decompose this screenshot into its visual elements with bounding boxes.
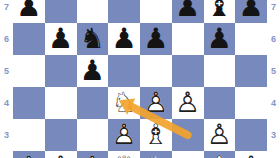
square-e5[interactable] [140,55,172,87]
square-f5[interactable] [172,55,204,87]
square-f2[interactable] [172,151,204,158]
white-pawn-glyph-outline: ♙ [235,151,267,158]
piece-black-bishop-g7[interactable]: ♝ [204,0,236,23]
white-bishop-glyph-outline: ♗ [204,151,236,158]
white-pawn-glyph-outline: ♙ [204,119,236,151]
rank-label-right-7: 7 [267,0,280,23]
white-pawn-glyph-outline: ♙ [77,151,109,158]
piece-black-knight-c6[interactable]: ♞ [77,23,109,55]
square-c7[interactable] [77,0,109,23]
square-b7[interactable] [45,0,77,23]
square-h4[interactable] [235,87,267,119]
square-b5[interactable] [45,55,77,87]
rank-label-right-6: 6 [267,23,280,55]
black-pawn-glyph: ♟ [172,0,204,23]
white-knight-glyph-outline: ♘ [140,151,172,158]
square-d5[interactable] [108,55,140,87]
square-h3[interactable] [235,119,267,151]
piece-white-pawn-e4[interactable]: ♟♙ [140,87,172,119]
square-d7[interactable] [108,0,140,23]
square-c4[interactable] [77,87,109,119]
piece-white-pawn-b2[interactable]: ♟♙ [45,151,77,158]
piece-white-pawn-g3[interactable]: ♟♙ [204,119,236,151]
piece-white-pawn-f4[interactable]: ♟♙ [172,87,204,119]
white-queen-glyph-outline: ♕ [108,151,140,158]
black-pawn-glyph: ♟ [108,23,140,55]
white-pawn-glyph-outline: ♙ [45,151,77,158]
piece-black-pawn-a7[interactable]: ♟ [13,0,45,23]
piece-white-queen-d2[interactable]: ♛♕ [108,151,140,158]
square-h6[interactable] [235,23,267,55]
piece-black-pawn-f7[interactable]: ♟ [172,0,204,23]
piece-white-pawn-h2[interactable]: ♟♙ [235,151,267,158]
black-pawn-glyph: ♟ [140,23,172,55]
square-a4[interactable] [13,87,45,119]
rank-label-left-4: 4 [0,87,13,119]
white-bishop-glyph-outline: ♗ [140,119,172,151]
square-a3[interactable] [13,119,45,151]
black-pawn-glyph: ♟ [77,55,109,87]
square-f3[interactable] [172,119,204,151]
rank-label-left-6: 6 [0,23,13,55]
piece-black-pawn-e6[interactable]: ♟ [140,23,172,55]
square-h5[interactable] [235,55,267,87]
square-e7[interactable] [140,0,172,23]
chess-board[interactable]: ♟♟♝♟♟♞♟♟♟♟♞♘♟♙♟♙♟♙♝♗♟♙♟♙♟♙♟♙♛♕♞♘♝♗♟♙ [13,0,267,158]
rank-label-left-3: 3 [0,119,13,151]
piece-black-pawn-b6[interactable]: ♟ [45,23,77,55]
square-c3[interactable] [77,119,109,151]
piece-white-pawn-a2[interactable]: ♟♙ [13,151,45,158]
white-pawn-glyph-outline: ♙ [172,87,204,119]
piece-white-knight-e2[interactable]: ♞♘ [140,151,172,158]
white-pawn-glyph-outline: ♙ [140,87,172,119]
white-pawn-glyph-outline: ♙ [108,119,140,151]
square-a6[interactable] [13,23,45,55]
black-pawn-glyph: ♟ [13,0,45,23]
black-pawn-glyph: ♟ [45,23,77,55]
square-b4[interactable] [45,87,77,119]
rank-label-left-5: 5 [0,55,13,87]
square-a5[interactable] [13,55,45,87]
white-pawn-glyph-outline: ♙ [13,151,45,158]
piece-black-pawn-c5[interactable]: ♟ [77,55,109,87]
piece-white-bishop-g2[interactable]: ♝♗ [204,151,236,158]
piece-white-pawn-c2[interactable]: ♟♙ [77,151,109,158]
rank-label-right-4: 4 [267,87,280,119]
piece-black-pawn-h7[interactable]: ♟ [235,0,267,23]
rank-label-right-3: 3 [267,119,280,151]
square-g4[interactable] [204,87,236,119]
square-f6[interactable] [172,23,204,55]
piece-white-knight-d4[interactable]: ♞♘ [108,87,140,119]
chess-board-screenshot: ♟♟♝♟♟♞♟♟♟♟♞♘♟♙♟♙♟♙♝♗♟♙♟♙♟♙♟♙♛♕♞♘♝♗♟♙ 765… [0,0,280,158]
piece-black-pawn-g6[interactable]: ♟ [204,23,236,55]
piece-black-pawn-d6[interactable]: ♟ [108,23,140,55]
rank-label-left-7: 7 [0,0,13,23]
square-b3[interactable] [45,119,77,151]
black-bishop-glyph: ♝ [204,0,236,23]
black-pawn-glyph: ♟ [235,0,267,23]
square-g5[interactable] [204,55,236,87]
rank-label-right-5: 5 [267,55,280,87]
black-knight-glyph: ♞ [77,23,109,55]
piece-white-pawn-d3[interactable]: ♟♙ [108,119,140,151]
white-knight-glyph-outline: ♘ [108,87,140,119]
piece-white-bishop-e3[interactable]: ♝♗ [140,119,172,151]
black-pawn-glyph: ♟ [204,23,236,55]
